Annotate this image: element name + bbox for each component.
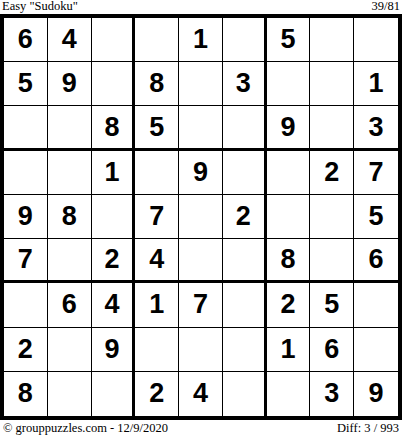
- cell-r8c5[interactable]: [179, 328, 223, 372]
- cell-r6c5[interactable]: [179, 239, 223, 283]
- cell-r6c7[interactable]: 8: [267, 239, 311, 283]
- cell-r1c8[interactable]: [310, 18, 354, 62]
- cell-r3c2[interactable]: [48, 106, 92, 150]
- cell-r2c1[interactable]: 5: [4, 62, 48, 106]
- cell-r2c7[interactable]: [267, 62, 311, 106]
- cell-r5c5[interactable]: [179, 195, 223, 239]
- cell-r2c9[interactable]: 1: [354, 62, 398, 106]
- cell-r7c1[interactable]: [4, 283, 48, 327]
- cell-r5c7[interactable]: [267, 195, 311, 239]
- cell-r9c6[interactable]: [223, 372, 267, 416]
- cell-r1c9[interactable]: [354, 18, 398, 62]
- sudoku-page: Easy "Sudoku" 39/81 64155983185931927987…: [0, 0, 402, 437]
- cell-r3c3[interactable]: 8: [92, 106, 136, 150]
- cell-r2c6[interactable]: 3: [223, 62, 267, 106]
- cell-r9c5[interactable]: 4: [179, 372, 223, 416]
- cell-r8c8[interactable]: 6: [310, 328, 354, 372]
- cell-r5c8[interactable]: [310, 195, 354, 239]
- cell-r6c8[interactable]: [310, 239, 354, 283]
- cell-r8c3[interactable]: 9: [92, 328, 136, 372]
- cell-r7c4[interactable]: 1: [135, 283, 179, 327]
- cell-r1c3[interactable]: [92, 18, 136, 62]
- cell-r3c1[interactable]: [4, 106, 48, 150]
- cell-r2c5[interactable]: [179, 62, 223, 106]
- cell-r4c1[interactable]: [4, 151, 48, 195]
- cell-r3c8[interactable]: [310, 106, 354, 150]
- cell-r7c6[interactable]: [223, 283, 267, 327]
- cell-r3c9[interactable]: 3: [354, 106, 398, 150]
- cell-r4c3[interactable]: 1: [92, 151, 136, 195]
- cell-r6c9[interactable]: 6: [354, 239, 398, 283]
- cell-r5c3[interactable]: [92, 195, 136, 239]
- sudoku-grid: 6415598318593192798725724866417252916824…: [0, 14, 402, 420]
- cell-r6c6[interactable]: [223, 239, 267, 283]
- cell-r1c2[interactable]: 4: [48, 18, 92, 62]
- cell-r2c4[interactable]: 8: [135, 62, 179, 106]
- cell-r4c9[interactable]: 7: [354, 151, 398, 195]
- cell-r6c3[interactable]: 2: [92, 239, 136, 283]
- cell-r1c6[interactable]: [223, 18, 267, 62]
- cell-r1c4[interactable]: [135, 18, 179, 62]
- cell-r1c1[interactable]: 6: [4, 18, 48, 62]
- cell-r3c6[interactable]: [223, 106, 267, 150]
- cell-r7c3[interactable]: 4: [92, 283, 136, 327]
- cell-r6c1[interactable]: 7: [4, 239, 48, 283]
- cell-r7c2[interactable]: 6: [48, 283, 92, 327]
- cell-r2c8[interactable]: [310, 62, 354, 106]
- puzzle-title: Easy "Sudoku": [2, 0, 78, 13]
- cell-r5c2[interactable]: 8: [48, 195, 92, 239]
- cell-r5c4[interactable]: 7: [135, 195, 179, 239]
- header-bar: Easy "Sudoku" 39/81: [0, 0, 402, 14]
- cell-r7c5[interactable]: 7: [179, 283, 223, 327]
- cell-r3c7[interactable]: 9: [267, 106, 311, 150]
- cell-r9c2[interactable]: [48, 372, 92, 416]
- cell-r4c4[interactable]: [135, 151, 179, 195]
- cell-r5c9[interactable]: 5: [354, 195, 398, 239]
- cell-r9c4[interactable]: 2: [135, 372, 179, 416]
- cell-r4c2[interactable]: [48, 151, 92, 195]
- given-counter: 39/81: [372, 0, 400, 13]
- cell-r9c7[interactable]: [267, 372, 311, 416]
- cell-r4c8[interactable]: 2: [310, 151, 354, 195]
- cell-r2c2[interactable]: 9: [48, 62, 92, 106]
- difficulty-text: Diff: 3 / 993: [337, 422, 399, 435]
- cell-r4c6[interactable]: [223, 151, 267, 195]
- cell-r7c9[interactable]: [354, 283, 398, 327]
- cell-r4c5[interactable]: 9: [179, 151, 223, 195]
- cell-r8c1[interactable]: 2: [4, 328, 48, 372]
- cell-r8c7[interactable]: 1: [267, 328, 311, 372]
- cell-r5c1[interactable]: 9: [4, 195, 48, 239]
- cell-r9c3[interactable]: [92, 372, 136, 416]
- cell-r9c9[interactable]: 9: [354, 372, 398, 416]
- cell-r1c7[interactable]: 5: [267, 18, 311, 62]
- cell-r4c7[interactable]: [267, 151, 311, 195]
- cell-r8c9[interactable]: [354, 328, 398, 372]
- cell-r3c5[interactable]: [179, 106, 223, 150]
- cell-r8c6[interactable]: [223, 328, 267, 372]
- footer-bar: © grouppuzzles.com - 12/9/2020 Diff: 3 /…: [0, 420, 402, 437]
- cell-r1c5[interactable]: 1: [179, 18, 223, 62]
- cell-r6c4[interactable]: 4: [135, 239, 179, 283]
- cell-r9c1[interactable]: 8: [4, 372, 48, 416]
- cell-r5c6[interactable]: 2: [223, 195, 267, 239]
- cell-r9c8[interactable]: 3: [310, 372, 354, 416]
- cell-r2c3[interactable]: [92, 62, 136, 106]
- cell-r3c4[interactable]: 5: [135, 106, 179, 150]
- cell-r8c4[interactable]: [135, 328, 179, 372]
- cell-r7c7[interactable]: 2: [267, 283, 311, 327]
- cell-r8c2[interactable]: [48, 328, 92, 372]
- cell-r7c8[interactable]: 5: [310, 283, 354, 327]
- cell-r6c2[interactable]: [48, 239, 92, 283]
- copyright-text: © grouppuzzles.com - 12/9/2020: [3, 422, 168, 435]
